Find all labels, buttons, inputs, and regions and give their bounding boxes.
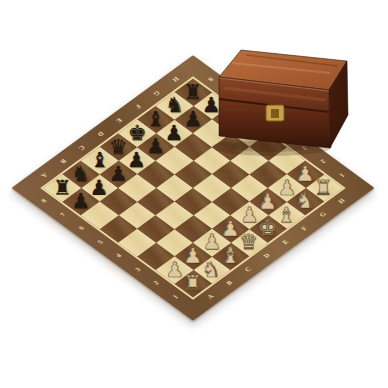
chess-set-photo: ♜♞♝♛♚♝♞♜♟♟♟♟♟♟♟♟♟♟♟♟♟♟♟♟♜♞♝♛♚♝♞♜ 88AA77B… (0, 0, 388, 388)
box-latch-keyhole-icon (271, 109, 279, 118)
storage-box (0, 0, 388, 388)
